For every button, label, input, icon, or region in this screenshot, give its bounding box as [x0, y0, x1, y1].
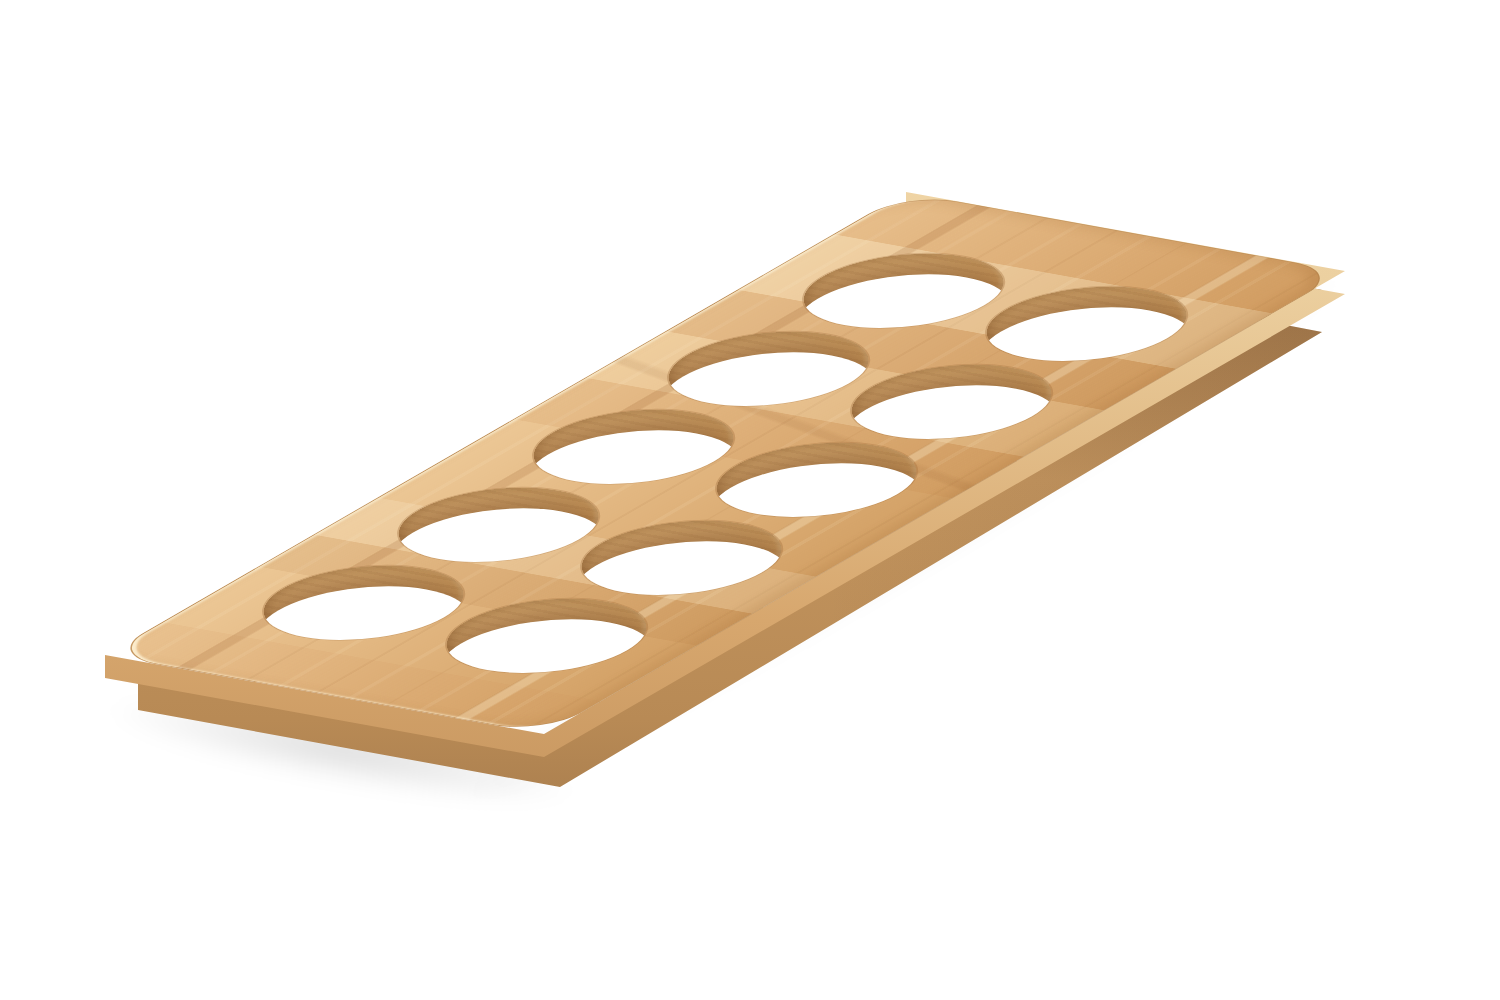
product-photo-scene	[0, 0, 1500, 1000]
